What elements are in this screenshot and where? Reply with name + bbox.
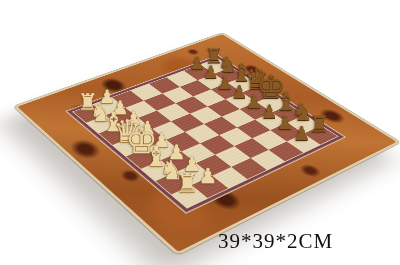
dimensions-caption: 39*39*2CM <box>218 229 333 254</box>
black-pawn-h7[interactable]: ♟ <box>282 124 322 144</box>
white-rook-h1[interactable]: ♜ <box>167 171 207 197</box>
page: ♜♞♝♛♚♝♞♜♟♟♟♟♟♟♟♟♟♟♟♟♟♟♟♟♜♞♝♛♚♝♞♜ 39*39*2… <box>0 0 400 265</box>
